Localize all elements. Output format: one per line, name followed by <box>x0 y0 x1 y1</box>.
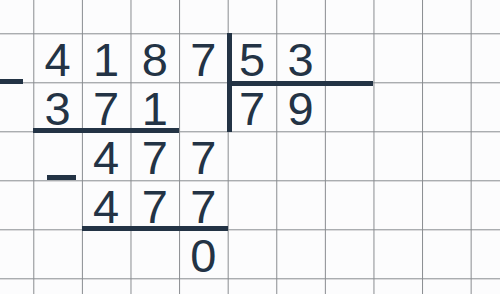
digit-cell-r4c4: 7 <box>179 180 228 229</box>
minus-sign-first <box>0 79 23 84</box>
digit-cell-r3c3: 7 <box>130 131 179 180</box>
digit-cell-r1c3: 8 <box>130 33 179 82</box>
digit-cell-r1c4: 7 <box>179 33 228 82</box>
digit-cell-r1c1: 4 <box>33 33 82 82</box>
quotient-underline <box>227 81 374 86</box>
digit-cell-r1c6: 3 <box>276 33 325 82</box>
second-subtraction-underline <box>82 226 228 231</box>
digit-cell-r4c2: 4 <box>82 180 131 229</box>
digit-cell-r2c3: 1 <box>130 82 179 131</box>
digit-cell-r1c2: 1 <box>82 33 131 82</box>
digit-cell-r5c4: 0 <box>179 229 228 278</box>
digit-cell-r4c3: 7 <box>130 180 179 229</box>
minus-sign-second <box>47 175 77 180</box>
digit-cell-r2c1: 3 <box>33 82 82 131</box>
digit-grid: 418753371794774770 <box>0 0 500 294</box>
digit-cell-r2c6: 9 <box>276 82 325 131</box>
digit-cell-r3c2: 4 <box>82 131 131 180</box>
digit-cell-r2c5: 7 <box>228 82 277 131</box>
digit-cell-r2c2: 7 <box>82 82 131 131</box>
digit-cell-r3c4: 7 <box>179 131 228 180</box>
digit-cell-r1c5: 5 <box>228 33 277 82</box>
squared-paper-board: 418753371794774770 <box>0 0 500 294</box>
first-subtraction-underline <box>33 128 179 133</box>
